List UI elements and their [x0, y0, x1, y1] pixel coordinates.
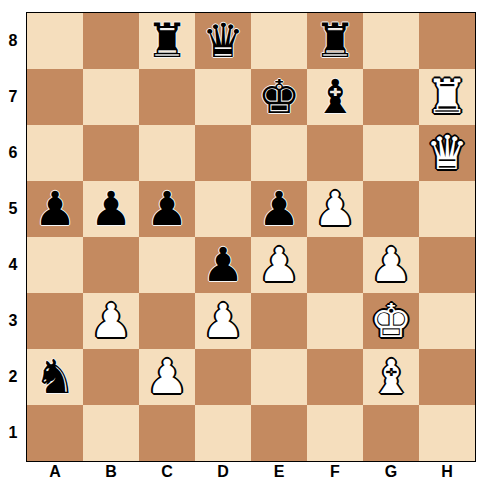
black-rook[interactable]: ♜ [314, 13, 356, 69]
square-f4[interactable] [307, 237, 363, 293]
square-h5[interactable] [419, 181, 475, 237]
black-knight[interactable]: ♞ [34, 349, 76, 405]
white-pawn[interactable]: ♟ [370, 237, 412, 293]
square-a1[interactable] [27, 405, 83, 461]
square-f1[interactable] [307, 405, 363, 461]
square-b4[interactable] [83, 237, 139, 293]
black-queen[interactable]: ♛ [202, 13, 244, 69]
square-e7[interactable]: ♚ [251, 69, 307, 125]
chess-board: ♜♛♜♚♝♜♛♟♟♟♟♟♟♟♟♟♟♚♞♟♝ [26, 12, 476, 462]
square-d8[interactable]: ♛ [195, 13, 251, 69]
square-c8[interactable]: ♜ [139, 13, 195, 69]
square-a7[interactable] [27, 69, 83, 125]
white-pawn[interactable]: ♟ [146, 349, 188, 405]
square-f5[interactable]: ♟ [307, 181, 363, 237]
square-b2[interactable] [83, 349, 139, 405]
black-pawn[interactable]: ♟ [202, 237, 244, 293]
square-e2[interactable] [251, 349, 307, 405]
file-label-e: E [251, 463, 307, 480]
square-c7[interactable] [139, 69, 195, 125]
file-label-f: F [307, 463, 363, 480]
file-label-g: G [363, 463, 419, 480]
square-c2[interactable]: ♟ [139, 349, 195, 405]
square-f7[interactable]: ♝ [307, 69, 363, 125]
square-b6[interactable] [83, 125, 139, 181]
white-pawn[interactable]: ♟ [314, 181, 356, 237]
square-e3[interactable] [251, 293, 307, 349]
square-b1[interactable] [83, 405, 139, 461]
square-g6[interactable] [363, 125, 419, 181]
square-g5[interactable] [363, 181, 419, 237]
white-pawn[interactable]: ♟ [202, 293, 244, 349]
square-a3[interactable] [27, 293, 83, 349]
rank-label-2: 2 [0, 349, 26, 405]
black-king[interactable]: ♚ [258, 69, 300, 125]
square-e1[interactable] [251, 405, 307, 461]
rank-labels: 87654321 [0, 13, 26, 461]
square-b8[interactable] [83, 13, 139, 69]
square-e6[interactable] [251, 125, 307, 181]
square-f3[interactable] [307, 293, 363, 349]
square-d4[interactable]: ♟ [195, 237, 251, 293]
square-a5[interactable]: ♟ [27, 181, 83, 237]
square-h4[interactable] [419, 237, 475, 293]
square-b3[interactable]: ♟ [83, 293, 139, 349]
black-rook[interactable]: ♜ [146, 13, 188, 69]
square-a8[interactable] [27, 13, 83, 69]
square-a4[interactable] [27, 237, 83, 293]
square-f6[interactable] [307, 125, 363, 181]
square-f8[interactable]: ♜ [307, 13, 363, 69]
file-label-h: H [419, 463, 475, 480]
black-pawn[interactable]: ♟ [90, 181, 132, 237]
square-d7[interactable] [195, 69, 251, 125]
white-pawn[interactable]: ♟ [258, 237, 300, 293]
rank-label-7: 7 [0, 69, 26, 125]
black-pawn[interactable]: ♟ [34, 181, 76, 237]
black-pawn[interactable]: ♟ [258, 181, 300, 237]
square-g8[interactable] [363, 13, 419, 69]
file-label-c: C [139, 463, 195, 480]
square-e4[interactable]: ♟ [251, 237, 307, 293]
rank-label-6: 6 [0, 125, 26, 181]
square-c4[interactable] [139, 237, 195, 293]
square-c6[interactable] [139, 125, 195, 181]
square-e8[interactable] [251, 13, 307, 69]
square-c3[interactable] [139, 293, 195, 349]
square-g3[interactable]: ♚ [363, 293, 419, 349]
file-label-b: B [83, 463, 139, 480]
square-h8[interactable] [419, 13, 475, 69]
black-pawn[interactable]: ♟ [146, 181, 188, 237]
square-d5[interactable] [195, 181, 251, 237]
square-b7[interactable] [83, 69, 139, 125]
white-pawn[interactable]: ♟ [90, 293, 132, 349]
square-g1[interactable] [363, 405, 419, 461]
square-d2[interactable] [195, 349, 251, 405]
white-bishop[interactable]: ♝ [370, 349, 412, 405]
square-d3[interactable]: ♟ [195, 293, 251, 349]
rank-label-1: 1 [0, 405, 26, 461]
square-f2[interactable] [307, 349, 363, 405]
file-label-d: D [195, 463, 251, 480]
square-h6[interactable]: ♛ [419, 125, 475, 181]
square-g7[interactable] [363, 69, 419, 125]
square-e5[interactable]: ♟ [251, 181, 307, 237]
rank-label-3: 3 [0, 293, 26, 349]
square-g4[interactable]: ♟ [363, 237, 419, 293]
square-h1[interactable] [419, 405, 475, 461]
rank-label-4: 4 [0, 237, 26, 293]
rank-label-8: 8 [0, 13, 26, 69]
square-b5[interactable]: ♟ [83, 181, 139, 237]
square-d6[interactable] [195, 125, 251, 181]
square-a2[interactable]: ♞ [27, 349, 83, 405]
square-c1[interactable] [139, 405, 195, 461]
white-queen[interactable]: ♛ [426, 125, 468, 181]
square-h7[interactable]: ♜ [419, 69, 475, 125]
black-bishop[interactable]: ♝ [314, 69, 356, 125]
rank-label-5: 5 [0, 181, 26, 237]
white-rook[interactable]: ♜ [426, 69, 468, 125]
square-d1[interactable] [195, 405, 251, 461]
white-king[interactable]: ♚ [370, 293, 412, 349]
chess-diagram: 87654321 ♜♛♜♚♝♜♛♟♟♟♟♟♟♟♟♟♟♚♞♟♝ ABCDEFGH [0, 0, 484, 480]
file-labels: ABCDEFGH [27, 463, 475, 480]
square-a6[interactable] [27, 125, 83, 181]
square-h2[interactable] [419, 349, 475, 405]
square-c5[interactable]: ♟ [139, 181, 195, 237]
square-h3[interactable] [419, 293, 475, 349]
square-g2[interactable]: ♝ [363, 349, 419, 405]
file-label-a: A [27, 463, 83, 480]
